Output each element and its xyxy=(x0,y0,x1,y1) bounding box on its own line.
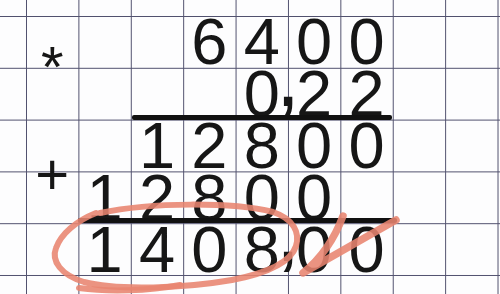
op-r0.48-c0: * xyxy=(26,41,78,93)
op-r2.55-c0: + xyxy=(26,148,78,200)
digit-r4-c1: 1 xyxy=(78,223,130,275)
digit-r4-c3: 0 xyxy=(183,223,235,275)
red-circle-overshoot-stroke xyxy=(79,285,180,290)
digit-r2-c6: 0 xyxy=(340,120,392,172)
digit-r0-c3: 6 xyxy=(183,16,235,68)
digit-r4-c6: 0 xyxy=(340,223,392,275)
digit-r4-c2: 4 xyxy=(131,223,183,275)
digit-r4-c5: 0 xyxy=(288,223,340,275)
multiplication-rule-line xyxy=(132,115,392,120)
squared-paper-grid: 6400*0,2212800+128001408,00 xyxy=(0,0,500,294)
sum-rule-line xyxy=(78,218,397,223)
